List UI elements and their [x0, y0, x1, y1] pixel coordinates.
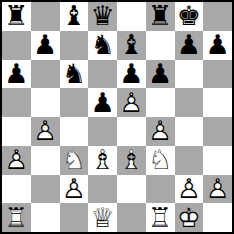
square-g8[interactable]: ♚	[175, 2, 204, 31]
square-h3[interactable]	[203, 146, 232, 175]
square-b3[interactable]	[31, 146, 60, 175]
white-pawn-outline: ♙	[119, 87, 143, 118]
piece-white-pawn: ♟♙	[119, 89, 143, 117]
square-f4[interactable]: ♟♙	[146, 117, 175, 146]
square-g5[interactable]	[175, 88, 204, 117]
white-queen-outline: ♕	[91, 202, 115, 233]
square-g3[interactable]	[175, 146, 204, 175]
piece-white-rook: ♜♖	[148, 204, 172, 232]
square-h5[interactable]	[203, 88, 232, 117]
square-d8[interactable]: ♛	[88, 2, 117, 31]
square-h6[interactable]	[203, 60, 232, 89]
piece-black-pawn: ♟	[177, 31, 201, 59]
piece-white-knight: ♞♘	[62, 146, 86, 174]
square-e4[interactable]	[117, 117, 146, 146]
piece-white-knight: ♞♘	[148, 146, 172, 174]
piece-white-pawn: ♟♙	[148, 117, 172, 145]
square-e7[interactable]: ♝	[117, 31, 146, 60]
white-pawn-outline: ♙	[177, 173, 201, 204]
square-b2[interactable]	[31, 175, 60, 204]
square-f3[interactable]: ♞♘	[146, 146, 175, 175]
square-e5[interactable]: ♟♙	[117, 88, 146, 117]
square-e8[interactable]	[117, 2, 146, 31]
white-bishop-outline: ♗	[91, 144, 115, 175]
square-d7[interactable]: ♞	[88, 31, 117, 60]
piece-black-bishop: ♝	[119, 31, 143, 59]
square-d6[interactable]	[88, 60, 117, 89]
piece-black-pawn: ♟	[33, 31, 57, 59]
square-c5[interactable]	[60, 88, 89, 117]
piece-black-pawn: ♟	[91, 89, 115, 117]
white-rook-outline: ♖	[148, 202, 172, 233]
square-h8[interactable]	[203, 2, 232, 31]
square-b5[interactable]	[31, 88, 60, 117]
piece-black-rook: ♜	[148, 2, 172, 30]
square-h7[interactable]: ♟	[203, 31, 232, 60]
piece-black-pawn: ♟	[119, 60, 143, 88]
square-d2[interactable]	[88, 175, 117, 204]
square-e1[interactable]	[117, 203, 146, 232]
piece-black-knight: ♞	[62, 60, 86, 88]
piece-black-knight: ♞	[91, 31, 115, 59]
square-a3[interactable]: ♟♙	[2, 146, 31, 175]
piece-black-pawn: ♟	[4, 60, 28, 88]
white-pawn-outline: ♙	[62, 173, 86, 204]
square-b1[interactable]	[31, 203, 60, 232]
white-pawn-outline: ♙	[148, 115, 172, 146]
square-c1[interactable]	[60, 203, 89, 232]
piece-white-king: ♚♔	[177, 204, 201, 232]
piece-white-pawn: ♟♙	[33, 117, 57, 145]
square-f1[interactable]: ♜♖	[146, 203, 175, 232]
piece-white-pawn: ♟♙	[206, 175, 230, 203]
square-g2[interactable]: ♟♙	[175, 175, 204, 204]
square-c3[interactable]: ♞♘	[60, 146, 89, 175]
square-c7[interactable]	[60, 31, 89, 60]
square-g4[interactable]	[175, 117, 204, 146]
piece-white-rook: ♜♖	[4, 204, 28, 232]
square-a2[interactable]	[2, 175, 31, 204]
square-h2[interactable]: ♟♙	[203, 175, 232, 204]
piece-black-pawn: ♟	[148, 60, 172, 88]
square-f7[interactable]	[146, 31, 175, 60]
square-a6[interactable]: ♟	[2, 60, 31, 89]
piece-white-queen: ♛♕	[91, 204, 115, 232]
square-d3[interactable]: ♝♗	[88, 146, 117, 175]
chess-board: ♜♝♛♜♚♟♞♝♟♟♟♞♟♟♟♟♙♟♙♟♙♟♙♞♘♝♗♝♗♞♘♟♙♟♙♟♙♜♖♛…	[0, 0, 234, 234]
white-pawn-outline: ♙	[206, 173, 230, 204]
white-bishop-outline: ♗	[119, 144, 143, 175]
square-a5[interactable]	[2, 88, 31, 117]
white-king-outline: ♔	[177, 202, 201, 233]
white-pawn-outline: ♙	[33, 115, 57, 146]
square-g6[interactable]	[175, 60, 204, 89]
square-g1[interactable]: ♚♔	[175, 203, 204, 232]
square-d1[interactable]: ♛♕	[88, 203, 117, 232]
square-a7[interactable]	[2, 31, 31, 60]
piece-white-pawn: ♟♙	[177, 175, 201, 203]
white-knight-outline: ♘	[148, 144, 172, 175]
square-e3[interactable]: ♝♗	[117, 146, 146, 175]
piece-black-pawn: ♟	[206, 31, 230, 59]
square-f6[interactable]: ♟	[146, 60, 175, 89]
square-e6[interactable]: ♟	[117, 60, 146, 89]
piece-white-pawn: ♟♙	[4, 146, 28, 174]
square-b4[interactable]: ♟♙	[31, 117, 60, 146]
piece-white-bishop: ♝♗	[91, 146, 115, 174]
white-knight-outline: ♘	[62, 144, 86, 175]
piece-black-king: ♚	[177, 2, 201, 30]
square-c8[interactable]: ♝	[60, 2, 89, 31]
square-b6[interactable]	[31, 60, 60, 89]
square-c4[interactable]	[60, 117, 89, 146]
piece-black-bishop: ♝	[62, 2, 86, 30]
piece-white-bishop: ♝♗	[119, 146, 143, 174]
white-pawn-outline: ♙	[4, 144, 28, 175]
square-a4[interactable]	[2, 117, 31, 146]
square-f8[interactable]: ♜	[146, 2, 175, 31]
square-h4[interactable]	[203, 117, 232, 146]
square-c2[interactable]: ♟♙	[60, 175, 89, 204]
piece-black-queen: ♛	[91, 2, 115, 30]
square-h1[interactable]	[203, 203, 232, 232]
square-b8[interactable]	[31, 2, 60, 31]
square-f5[interactable]	[146, 88, 175, 117]
square-g7[interactable]: ♟	[175, 31, 204, 60]
square-e2[interactable]	[117, 175, 146, 204]
square-b7[interactable]: ♟	[31, 31, 60, 60]
square-a8[interactable]: ♜	[2, 2, 31, 31]
square-d4[interactable]	[88, 117, 117, 146]
square-a1[interactable]: ♜♖	[2, 203, 31, 232]
square-f2[interactable]	[146, 175, 175, 204]
piece-black-rook: ♜	[4, 2, 28, 30]
white-rook-outline: ♖	[4, 202, 28, 233]
square-c6[interactable]: ♞	[60, 60, 89, 89]
piece-white-pawn: ♟♙	[62, 175, 86, 203]
square-d5[interactable]: ♟	[88, 88, 117, 117]
